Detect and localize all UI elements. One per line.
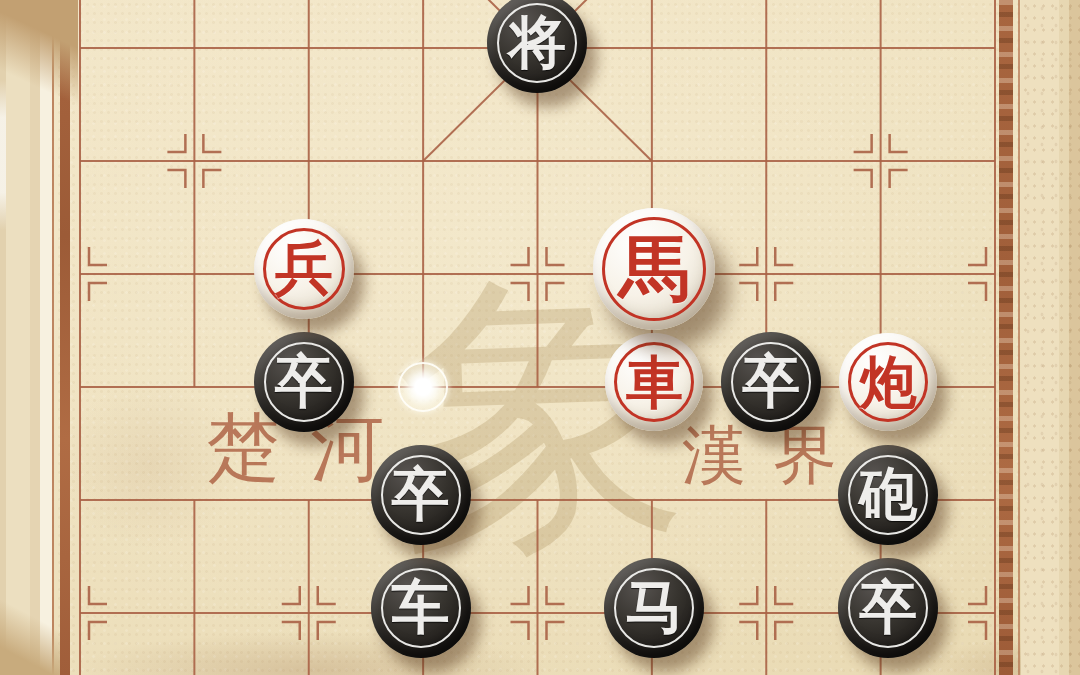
board-border-line (1018, 0, 1020, 675)
board-border-line (999, 0, 1013, 675)
piece-black-horse[interactable]: 马 (604, 558, 704, 658)
piece-glyph: 車 (626, 354, 683, 411)
piece-black-soldier-b[interactable]: 卒 (721, 332, 821, 432)
piece-black-soldier-c[interactable]: 卒 (371, 445, 471, 545)
piece-glyph: 卒 (742, 353, 800, 411)
piece-glyph: 炮 (860, 354, 917, 411)
piece-glyph: 兵 (275, 240, 333, 298)
xiangqi-board[interactable]: 象 楚河 漢界 将兵馬卒車卒炮卒砲车马卒 (0, 0, 1080, 675)
piece-glyph: 卒 (859, 579, 917, 637)
piece-glyph: 卒 (392, 466, 450, 524)
piece-red-soldier[interactable]: 兵 (254, 219, 354, 319)
piece-glyph: 卒 (275, 353, 333, 411)
board-right-margin (1021, 0, 1080, 675)
piece-red-cannon[interactable]: 炮 (839, 333, 937, 431)
piece-glyph: 将 (508, 14, 566, 72)
piece-black-soldier-a[interactable]: 卒 (254, 332, 354, 432)
piece-glyph: 车 (392, 579, 450, 637)
piece-glyph: 马 (625, 579, 683, 637)
piece-glyph: 砲 (859, 466, 917, 524)
corner-shading-bottom-left (0, 580, 60, 675)
piece-glyph: 馬 (619, 234, 690, 305)
piece-black-chariot[interactable]: 车 (371, 558, 471, 658)
piece-red-chariot[interactable]: 車 (605, 333, 703, 431)
board-edge-highlight (0, 80, 6, 230)
corner-shading-top-left (0, 0, 78, 135)
move-indicator[interactable] (398, 362, 448, 412)
piece-black-soldier-d[interactable]: 卒 (838, 558, 938, 658)
piece-red-horse[interactable]: 馬 (593, 208, 715, 330)
piece-black-cannon[interactable]: 砲 (838, 445, 938, 545)
